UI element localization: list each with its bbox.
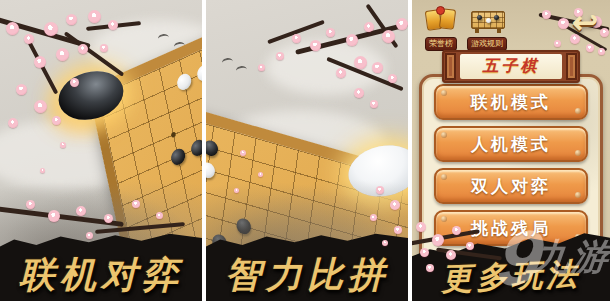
cherry-blossom [86, 232, 93, 239]
cherry-blossom [354, 88, 364, 98]
cherry-blossom [558, 18, 569, 29]
two-player-mode-button[interactable]: 双人对弈 [434, 168, 588, 204]
title-banner: 五子棋 [442, 50, 580, 83]
cherry-blossom [382, 240, 388, 246]
cherry-blossom [258, 64, 265, 71]
cherry-blossom [24, 34, 34, 44]
cherry-blossom [364, 22, 374, 32]
cherry-blossom [70, 78, 79, 87]
cherry-blossom [108, 20, 118, 30]
cherry-blossom [336, 68, 346, 78]
cherry-blossom [60, 142, 66, 148]
cherry-blossom [78, 44, 88, 54]
cherry-blossom [16, 84, 27, 95]
back-arrow-icon[interactable]: ↩ [572, 4, 598, 41]
cherry-blossom [292, 34, 301, 43]
right-caption: 更多玩法 [412, 255, 610, 296]
cherry-blossom [26, 200, 35, 209]
cherry-blossom [542, 10, 551, 19]
board-table-icon [464, 6, 510, 32]
vs-ai-mode-button[interactable]: 人机模式 [434, 126, 588, 162]
cherry-blossom [52, 116, 61, 125]
cherry-blossom [240, 150, 246, 156]
panel-left: 联机对弈 [0, 0, 202, 301]
cherry-blossom [34, 56, 46, 68]
honor-roll-label: 荣誉榜 [425, 37, 457, 51]
cherry-blossom [8, 118, 18, 128]
cherry-blossom [346, 34, 358, 46]
game-title: 五子棋 [460, 54, 562, 79]
cherry-blossom [44, 22, 58, 36]
bird-icon [221, 57, 233, 66]
cherry-blossom [376, 186, 384, 194]
stone-white [176, 71, 193, 92]
stone-black [190, 137, 202, 158]
cherry-blossom [104, 214, 113, 223]
cherry-blossom [432, 234, 444, 246]
mist-cloud [266, 40, 386, 95]
game-rules-label: 游戏规则 [467, 37, 507, 51]
cherry-blossom [452, 226, 461, 235]
cherry-blossom [396, 18, 408, 30]
cherry-blossom [420, 248, 429, 257]
cherry-blossom [370, 100, 378, 108]
cherry-blossom [48, 210, 60, 222]
panel-right: 荣誉榜 游戏规则 ↩ 五子棋 联机模式 人机模式 双人对弈 挑战残局 更多玩法 [412, 0, 610, 301]
middle-caption: 智力比拼 [206, 255, 408, 295]
cherry-blossom [34, 100, 47, 113]
online-mode-button[interactable]: 联机模式 [434, 84, 588, 120]
cherry-blossom [156, 212, 163, 219]
stone-black [170, 146, 187, 167]
cherry-blossom [310, 40, 321, 51]
cherry-blossom [388, 74, 397, 83]
panel-middle: 智力比拼 [206, 0, 408, 301]
trophy-icon [418, 6, 464, 32]
cherry-blossom [354, 56, 367, 69]
left-caption: 联机对弈 [0, 255, 202, 295]
cherry-blossom [40, 168, 45, 173]
cherry-blossom [372, 62, 383, 73]
cherry-blossom [56, 48, 69, 61]
cherry-blossom [598, 48, 605, 55]
cherry-blossom [390, 200, 400, 210]
cherry-blossom [446, 250, 456, 260]
cherry-blossom [66, 14, 77, 25]
cherry-blossom [382, 30, 395, 43]
cherry-blossom [88, 10, 101, 23]
stone-black [206, 139, 219, 158]
cherry-blossom [466, 242, 474, 250]
screenshot-root: 联机对弈 智力比拼 荣誉榜 游戏规则 [0, 0, 610, 301]
cherry-blossom [370, 214, 377, 221]
cherry-blossom [76, 206, 86, 216]
blossom-branch [28, 41, 59, 94]
cherry-blossom [416, 222, 426, 232]
bird-icon [235, 65, 247, 74]
banner-endcap-right [566, 53, 577, 80]
honor-roll-button[interactable]: 荣誉榜 [418, 6, 464, 51]
cherry-blossom [326, 28, 335, 37]
cherry-blossom [600, 28, 609, 37]
cherry-blossom [234, 188, 239, 193]
cherry-blossom [276, 52, 284, 60]
stone-white [206, 161, 216, 180]
star-point [171, 131, 177, 138]
game-rules-button[interactable]: 游戏规则 [464, 6, 510, 51]
cherry-blossom [586, 44, 594, 52]
cherry-blossom [6, 22, 19, 35]
cherry-blossom [258, 172, 263, 177]
cherry-blossom [132, 200, 140, 208]
banner-endcap-left [445, 53, 456, 80]
cherry-blossom [554, 40, 561, 47]
cherry-blossom [394, 226, 402, 234]
cherry-blossom [100, 44, 108, 52]
stone-white [196, 62, 202, 83]
